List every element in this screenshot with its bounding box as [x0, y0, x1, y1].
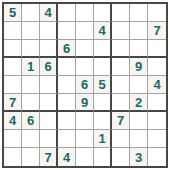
cell-r7c3[interactable]	[40, 112, 58, 130]
cell-r8c1[interactable]	[4, 130, 22, 148]
cell-r7c6[interactable]	[94, 112, 112, 130]
cell-r3c4[interactable]: 6	[58, 40, 76, 58]
cell-r6c3[interactable]	[40, 94, 58, 112]
cell-r4c9[interactable]	[148, 58, 166, 76]
sudoku-page: 544761696547924671743	[0, 0, 170, 170]
cell-r4c1[interactable]	[4, 58, 22, 76]
cell-r7c8[interactable]	[130, 112, 148, 130]
cell-r3c9[interactable]	[148, 40, 166, 58]
cell-r9c9[interactable]	[148, 148, 166, 166]
cell-r8c7[interactable]	[112, 130, 130, 148]
cell-r5c6[interactable]: 5	[94, 76, 112, 94]
cell-r9c2[interactable]	[22, 148, 40, 166]
cell-r8c8[interactable]	[130, 130, 148, 148]
cell-r2c2[interactable]	[22, 22, 40, 40]
cell-r3c8[interactable]	[130, 40, 148, 58]
cell-r6c5[interactable]: 9	[76, 94, 94, 112]
cell-r2c4[interactable]	[58, 22, 76, 40]
cell-r5c5[interactable]: 6	[76, 76, 94, 94]
cell-r9c7[interactable]	[112, 148, 130, 166]
cell-r1c3[interactable]: 4	[40, 4, 58, 22]
cell-r6c4[interactable]	[58, 94, 76, 112]
cell-r3c2[interactable]	[22, 40, 40, 58]
cell-r4c5[interactable]	[76, 58, 94, 76]
cell-r2c5[interactable]	[76, 22, 94, 40]
cell-r5c3[interactable]	[40, 76, 58, 94]
sudoku-board: 544761696547924671743	[2, 2, 168, 168]
cell-r7c7[interactable]: 7	[112, 112, 130, 130]
cell-r3c1[interactable]	[4, 40, 22, 58]
cell-r6c7[interactable]	[112, 94, 130, 112]
cell-r8c3[interactable]	[40, 130, 58, 148]
cell-r2c1[interactable]	[4, 22, 22, 40]
cell-r8c9[interactable]	[148, 130, 166, 148]
cell-r3c3[interactable]	[40, 40, 58, 58]
cell-r5c1[interactable]	[4, 76, 22, 94]
cell-r2c9[interactable]: 7	[148, 22, 166, 40]
cell-r9c5[interactable]	[76, 148, 94, 166]
cell-r4c6[interactable]	[94, 58, 112, 76]
cell-r1c5[interactable]	[76, 4, 94, 22]
cell-r5c4[interactable]	[58, 76, 76, 94]
cell-r1c2[interactable]	[22, 4, 40, 22]
cell-r1c1[interactable]: 5	[4, 4, 22, 22]
cell-r9c8[interactable]: 3	[130, 148, 148, 166]
cell-r1c8[interactable]	[130, 4, 148, 22]
cell-r4c8[interactable]: 9	[130, 58, 148, 76]
cell-r4c3[interactable]: 6	[40, 58, 58, 76]
cell-r7c5[interactable]	[76, 112, 94, 130]
cell-r9c6[interactable]	[94, 148, 112, 166]
cell-r6c8[interactable]: 2	[130, 94, 148, 112]
cell-r8c5[interactable]	[76, 130, 94, 148]
cell-r5c7[interactable]	[112, 76, 130, 94]
cell-r3c7[interactable]	[112, 40, 130, 58]
cell-r2c8[interactable]	[130, 22, 148, 40]
cell-r2c3[interactable]	[40, 22, 58, 40]
cell-r6c1[interactable]: 7	[4, 94, 22, 112]
cell-r4c7[interactable]	[112, 58, 130, 76]
cell-r6c9[interactable]	[148, 94, 166, 112]
cell-r6c2[interactable]	[22, 94, 40, 112]
cell-r9c1[interactable]	[4, 148, 22, 166]
cell-r7c9[interactable]	[148, 112, 166, 130]
cell-r1c9[interactable]	[148, 4, 166, 22]
cell-r9c4[interactable]: 4	[58, 148, 76, 166]
cell-r4c4[interactable]	[58, 58, 76, 76]
cell-r3c6[interactable]	[94, 40, 112, 58]
cell-r1c6[interactable]	[94, 4, 112, 22]
cell-r7c1[interactable]: 4	[4, 112, 22, 130]
cell-r1c4[interactable]	[58, 4, 76, 22]
cell-r6c6[interactable]	[94, 94, 112, 112]
cell-r7c4[interactable]	[58, 112, 76, 130]
cell-r2c7[interactable]	[112, 22, 130, 40]
cell-r5c9[interactable]: 4	[148, 76, 166, 94]
cell-r2c6[interactable]: 4	[94, 22, 112, 40]
cell-r5c8[interactable]	[130, 76, 148, 94]
cell-r1c7[interactable]	[112, 4, 130, 22]
cell-r8c4[interactable]	[58, 130, 76, 148]
cell-r9c3[interactable]: 7	[40, 148, 58, 166]
cell-r8c6[interactable]: 1	[94, 130, 112, 148]
cell-r7c2[interactable]: 6	[22, 112, 40, 130]
cell-r4c2[interactable]: 1	[22, 58, 40, 76]
cell-r5c2[interactable]	[22, 76, 40, 94]
cell-r8c2[interactable]	[22, 130, 40, 148]
cell-r3c5[interactable]	[76, 40, 94, 58]
